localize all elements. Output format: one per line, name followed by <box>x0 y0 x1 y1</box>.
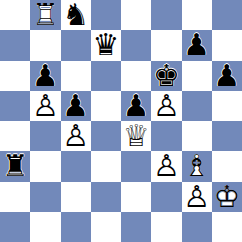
square-c3[interactable] <box>61 151 91 181</box>
square-b4[interactable] <box>30 121 60 151</box>
square-h7[interactable] <box>212 30 242 60</box>
square-g7[interactable]: ♟ <box>182 30 212 60</box>
square-d2[interactable] <box>91 182 121 212</box>
piece-glyph-outline: ♙ <box>153 91 180 121</box>
square-h6[interactable]: ♟ <box>212 61 242 91</box>
piece-glyph-fill: ♟ <box>32 91 59 121</box>
piece-glyph-fill: ♟ <box>153 151 180 181</box>
piece-white-pawn[interactable]: ♟♙ <box>61 121 91 151</box>
square-a7[interactable] <box>0 30 30 60</box>
square-f7[interactable] <box>151 30 181 60</box>
square-g8[interactable] <box>182 0 212 30</box>
square-h4[interactable] <box>212 121 242 151</box>
square-g4[interactable] <box>182 121 212 151</box>
square-h5[interactable] <box>212 91 242 121</box>
square-c2[interactable] <box>61 182 91 212</box>
piece-glyph-fill: ♟ <box>183 30 210 60</box>
square-g6[interactable] <box>182 61 212 91</box>
square-e4[interactable]: ♛♕ <box>121 121 151 151</box>
square-a6[interactable] <box>0 61 30 91</box>
piece-glyph-outline: ♙ <box>32 91 59 121</box>
square-e5[interactable]: ♟ <box>121 91 151 121</box>
piece-glyph-outline: ♕ <box>123 121 150 151</box>
square-f2[interactable] <box>151 182 181 212</box>
piece-white-king[interactable]: ♚♔ <box>212 182 242 212</box>
square-f5[interactable]: ♟♙ <box>151 91 181 121</box>
piece-white-pawn[interactable]: ♟♙ <box>182 182 212 212</box>
square-c6[interactable] <box>61 61 91 91</box>
piece-glyph-fill: ♟ <box>62 91 89 121</box>
piece-glyph-fill: ♛ <box>123 121 150 151</box>
piece-glyph-outline: ♙ <box>62 121 89 151</box>
square-g2[interactable]: ♟♙ <box>182 182 212 212</box>
square-g5[interactable] <box>182 91 212 121</box>
piece-white-pawn[interactable]: ♟♙ <box>30 91 60 121</box>
square-d1[interactable] <box>91 212 121 242</box>
piece-glyph-outline: ♙ <box>183 181 210 211</box>
piece-glyph-fill: ♟ <box>62 121 89 151</box>
square-h8[interactable] <box>212 0 242 30</box>
piece-white-bishop[interactable]: ♝♗ <box>182 151 212 181</box>
square-h1[interactable] <box>212 212 242 242</box>
piece-glyph-fill: ♝ <box>183 151 210 181</box>
square-e1[interactable] <box>121 212 151 242</box>
square-f8[interactable] <box>151 0 181 30</box>
square-a2[interactable] <box>0 182 30 212</box>
square-b2[interactable] <box>30 182 60 212</box>
square-a1[interactable] <box>0 212 30 242</box>
piece-glyph-fill: ♟ <box>183 181 210 211</box>
square-a3[interactable]: ♜ <box>0 151 30 181</box>
chess-board: ♜♖♞♛♟♟♚♟♟♙♟♟♟♙♟♙♛♕♜♟♙♝♗♟♙♚♔ <box>0 0 242 242</box>
square-c8[interactable]: ♞ <box>61 0 91 30</box>
square-f6[interactable]: ♚ <box>151 61 181 91</box>
piece-glyph-outline: ♔ <box>213 181 240 211</box>
piece-black-pawn[interactable]: ♟ <box>61 91 91 121</box>
square-f1[interactable] <box>151 212 181 242</box>
square-b8[interactable]: ♜♖ <box>30 0 60 30</box>
piece-glyph-fill: ♟ <box>213 60 240 90</box>
square-c5[interactable]: ♟ <box>61 91 91 121</box>
square-f4[interactable] <box>151 121 181 151</box>
piece-glyph-outline: ♗ <box>183 151 210 181</box>
square-b3[interactable] <box>30 151 60 181</box>
square-a4[interactable] <box>0 121 30 151</box>
square-g3[interactable]: ♝♗ <box>182 151 212 181</box>
square-e3[interactable] <box>121 151 151 181</box>
piece-glyph-fill: ♚ <box>153 60 180 90</box>
square-c1[interactable] <box>61 212 91 242</box>
piece-glyph-fill: ♟ <box>32 60 59 90</box>
piece-glyph-fill: ♟ <box>123 91 150 121</box>
piece-glyph-fill: ♞ <box>62 0 89 30</box>
piece-black-pawn[interactable]: ♟ <box>212 61 242 91</box>
piece-black-king[interactable]: ♚ <box>151 61 181 91</box>
piece-black-rook[interactable]: ♜ <box>0 151 30 181</box>
piece-white-pawn[interactable]: ♟♙ <box>151 151 181 181</box>
square-b5[interactable]: ♟♙ <box>30 91 60 121</box>
piece-glyph-fill: ♜ <box>32 0 59 30</box>
square-e6[interactable] <box>121 61 151 91</box>
square-b6[interactable]: ♟ <box>30 61 60 91</box>
piece-black-queen[interactable]: ♛ <box>91 30 121 60</box>
piece-black-knight[interactable]: ♞ <box>61 0 91 30</box>
square-d5[interactable] <box>91 91 121 121</box>
square-a8[interactable] <box>0 0 30 30</box>
piece-black-pawn[interactable]: ♟ <box>121 91 151 121</box>
piece-glyph-fill: ♚ <box>213 181 240 211</box>
square-b7[interactable] <box>30 30 60 60</box>
piece-white-queen[interactable]: ♛♕ <box>121 121 151 151</box>
square-e2[interactable] <box>121 182 151 212</box>
square-f3[interactable]: ♟♙ <box>151 151 181 181</box>
square-d8[interactable] <box>91 0 121 30</box>
piece-glyph-fill: ♛ <box>92 30 119 60</box>
square-c4[interactable]: ♟♙ <box>61 121 91 151</box>
piece-glyph-outline: ♙ <box>153 151 180 181</box>
piece-glyph-fill: ♟ <box>153 91 180 121</box>
square-d7[interactable]: ♛ <box>91 30 121 60</box>
square-h2[interactable]: ♚♔ <box>212 182 242 212</box>
square-g1[interactable] <box>182 212 212 242</box>
piece-glyph-fill: ♜ <box>2 151 29 181</box>
square-d6[interactable] <box>91 61 121 91</box>
square-h3[interactable] <box>212 151 242 181</box>
piece-white-pawn[interactable]: ♟♙ <box>151 91 181 121</box>
square-c7[interactable] <box>61 30 91 60</box>
square-d3[interactable] <box>91 151 121 181</box>
piece-black-pawn[interactable]: ♟ <box>30 61 60 91</box>
piece-glyph-outline: ♖ <box>32 0 59 30</box>
square-e7[interactable] <box>121 30 151 60</box>
square-d4[interactable] <box>91 121 121 151</box>
square-e8[interactable] <box>121 0 151 30</box>
square-a5[interactable] <box>0 91 30 121</box>
piece-white-rook[interactable]: ♜♖ <box>30 0 60 30</box>
square-b1[interactable] <box>30 212 60 242</box>
piece-black-pawn[interactable]: ♟ <box>182 30 212 60</box>
